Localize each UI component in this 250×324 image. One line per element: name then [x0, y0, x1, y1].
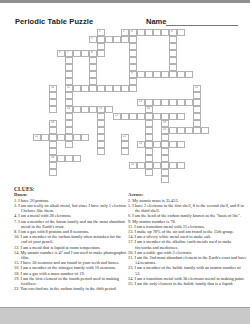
cell-number: 10: [51, 86, 54, 89]
grid-cell[interactable]: [169, 127, 177, 134]
grid-cell[interactable]: [89, 106, 97, 113]
grid-cell[interactable]: [193, 99, 201, 106]
cell-number: 7: [67, 51, 69, 54]
grid-cell[interactable]: [161, 148, 169, 155]
grid-cell[interactable]: [97, 148, 105, 155]
grid-cell[interactable]: [137, 71, 145, 78]
scan-bottom-band: [0, 307, 250, 324]
grid-cell[interactable]: [177, 113, 185, 120]
across-clues-list: 2. My atomic mass is 35.453.5. I have 2 …: [128, 198, 247, 286]
grid-cell[interactable]: [129, 64, 137, 71]
grid-cell[interactable]: [89, 57, 97, 64]
grid-cell[interactable]: 12: [193, 85, 201, 92]
grid-cell[interactable]: [65, 120, 73, 127]
grid-cell[interactable]: 1: [97, 29, 105, 36]
grid-cell[interactable]: 24: [49, 155, 57, 162]
grid-cell[interactable]: [153, 162, 161, 169]
grid-cell[interactable]: 23: [137, 141, 145, 148]
grid-cell[interactable]: [129, 43, 137, 50]
cell-number: 1: [99, 30, 101, 33]
grid-cell[interactable]: [193, 106, 201, 113]
grid-cell[interactable]: [81, 134, 89, 141]
grid-cell[interactable]: [49, 162, 57, 169]
grid-cell[interactable]: [145, 169, 153, 176]
grid-cell[interactable]: [145, 141, 153, 148]
grid-cell[interactable]: [73, 85, 81, 92]
grid-cell[interactable]: [193, 113, 201, 120]
grid-cell[interactable]: [65, 134, 73, 141]
page-title: Periodic Table Puzzle: [15, 17, 93, 26]
grid-cell[interactable]: [97, 36, 105, 43]
grid-cell[interactable]: [89, 64, 97, 71]
grid-cell[interactable]: [145, 127, 153, 134]
cell-number: 25: [131, 163, 134, 166]
grid-cell[interactable]: [65, 113, 73, 120]
grid-cell[interactable]: [113, 85, 121, 92]
grid-cell[interactable]: [145, 148, 153, 155]
grid-cell[interactable]: [185, 127, 193, 134]
grid-cell[interactable]: [49, 141, 57, 148]
grid-cell[interactable]: [65, 64, 73, 71]
grid-cell[interactable]: [153, 71, 161, 78]
grid-cell[interactable]: [177, 71, 185, 78]
grid-cell[interactable]: [81, 85, 89, 92]
grid-cell[interactable]: [137, 29, 145, 36]
grid-cell[interactable]: [97, 113, 105, 120]
grid-cell[interactable]: [161, 71, 169, 78]
grid-cell[interactable]: [41, 134, 49, 141]
down-clues-list: 1. I have 26 protons.3. I am not really …: [14, 198, 127, 292]
worksheet-page: Periodic Table Puzzle Name 1234567891011…: [0, 0, 250, 324]
grid-cell[interactable]: [201, 127, 209, 134]
grid-cell[interactable]: [49, 148, 57, 155]
grid-cell[interactable]: 14: [65, 106, 73, 113]
clue-item: 5. I have 2 electrons in the first shell…: [128, 203, 247, 213]
grid-cell[interactable]: 3: [129, 29, 137, 36]
grid-cell[interactable]: [65, 57, 73, 64]
clue-item: 24. I am a transition metal with 30 elec…: [128, 276, 247, 281]
cell-number: 8: [91, 51, 93, 54]
cell-number: 22: [123, 135, 126, 138]
cell-number: 18: [51, 121, 54, 124]
grid-cell[interactable]: 10: [49, 85, 57, 92]
grid-cell[interactable]: [121, 141, 129, 148]
grid-cell[interactable]: [161, 141, 169, 148]
clue-item: 22. You can find me in the carbon family…: [14, 286, 127, 291]
grid-cell[interactable]: [177, 162, 185, 169]
grid-cell[interactable]: [161, 134, 169, 141]
grid-cell[interactable]: [49, 106, 57, 113]
grid-cell[interactable]: [137, 113, 145, 120]
grid-cell[interactable]: [49, 134, 57, 141]
grid-cell[interactable]: 9: [129, 71, 137, 78]
name-input-line[interactable]: [166, 18, 238, 26]
grid-cell[interactable]: [145, 99, 153, 106]
cell-number: 2: [123, 30, 125, 33]
grid-cell[interactable]: [65, 141, 73, 148]
grid-cell[interactable]: [105, 85, 113, 92]
grid-cell[interactable]: [153, 29, 161, 36]
grid-cell[interactable]: [169, 71, 177, 78]
cell-number: 23: [139, 142, 142, 145]
grid-cell[interactable]: [169, 36, 177, 43]
cell-number: 16: [147, 107, 150, 110]
grid-cell[interactable]: 19: [161, 120, 169, 127]
down-clues-column: CLUES: Down: 1. I have 26 protons.3. I a…: [14, 186, 127, 291]
grid-cell[interactable]: [161, 169, 169, 176]
grid-cell[interactable]: 7: [65, 50, 73, 57]
grid-cell[interactable]: [145, 162, 153, 169]
clue-item: 25. I am the only element in the halide …: [128, 281, 247, 286]
grid-cell[interactable]: [129, 85, 137, 92]
grid-cell[interactable]: [161, 176, 169, 183]
grid-cell[interactable]: [129, 113, 137, 120]
grid-cell[interactable]: [97, 127, 105, 134]
cell-number: 20: [163, 128, 166, 131]
clue-item: 14. My atomic number is 47 and I am used…: [14, 250, 127, 260]
cell-number: 5: [91, 37, 93, 40]
grid-cell[interactable]: [169, 113, 177, 120]
grid-cell[interactable]: 25: [129, 162, 137, 169]
clue-item: 23. I am a member of the halide family w…: [128, 265, 247, 275]
grid-cell[interactable]: [89, 78, 97, 85]
grid-cell[interactable]: [169, 50, 177, 57]
grid-cell[interactable]: [65, 127, 73, 134]
grid-cell[interactable]: [169, 162, 177, 169]
grid-cell[interactable]: [73, 106, 81, 113]
grid-cell[interactable]: 17: [113, 113, 121, 120]
grid-cell[interactable]: 2: [121, 29, 129, 36]
cell-number: 3: [131, 30, 133, 33]
grid-cell[interactable]: [49, 169, 57, 176]
grid-cell[interactable]: [193, 92, 201, 99]
grid-cell[interactable]: [169, 99, 177, 106]
cell-number: 12: [195, 86, 198, 89]
grid-cell[interactable]: [177, 29, 185, 36]
grid-cell[interactable]: [161, 162, 169, 169]
cell-number: 13: [139, 100, 142, 103]
grid-cell[interactable]: [193, 120, 201, 127]
grid-cell[interactable]: [177, 99, 185, 106]
grid-cell[interactable]: [153, 113, 161, 120]
clue-item: 21. I am the 2nd most abundant element i…: [128, 255, 247, 265]
grid-cell[interactable]: [97, 141, 105, 148]
grid-cell[interactable]: [129, 36, 137, 43]
cell-number: 24: [51, 156, 54, 159]
grid-cell[interactable]: [65, 155, 73, 162]
grid-cell[interactable]: [145, 29, 153, 36]
scan-top-band: [0, 0, 250, 3]
grid-cell[interactable]: [145, 71, 153, 78]
grid-cell[interactable]: [121, 148, 129, 155]
grid-cell[interactable]: 22: [121, 134, 129, 141]
grid-cell[interactable]: [145, 113, 153, 120]
grid-cell[interactable]: [65, 71, 73, 78]
grid-cell[interactable]: [145, 155, 153, 162]
clue-item: 3. I am not really an alkali metal, but …: [14, 203, 127, 213]
cell-number: 9: [131, 72, 133, 75]
grid-cell[interactable]: 21: [33, 134, 41, 141]
grid-cell[interactable]: 18: [49, 120, 57, 127]
cell-number: 6: [59, 51, 61, 54]
grid-cell[interactable]: 6: [57, 50, 65, 57]
grid-cell[interactable]: [153, 99, 161, 106]
cell-number: 11: [67, 86, 70, 89]
grid-cell[interactable]: [129, 57, 137, 64]
grid-cell[interactable]: 16: [145, 106, 153, 113]
grid-cell[interactable]: [49, 92, 57, 99]
grid-cell[interactable]: 15: [97, 106, 105, 113]
grid-cell[interactable]: [153, 141, 161, 148]
name-label: Name: [146, 17, 166, 26]
grid-cell[interactable]: [73, 134, 81, 141]
grid-cell[interactable]: [137, 162, 145, 169]
grid-cell[interactable]: [73, 50, 81, 57]
grid-cell[interactable]: [145, 134, 153, 141]
cell-number: 17: [115, 114, 118, 117]
grid-cell[interactable]: [89, 85, 97, 92]
clue-item: 19. I am the first element in the fourth…: [14, 276, 127, 286]
grid-cell[interactable]: [185, 99, 193, 106]
grid-cell[interactable]: [81, 106, 89, 113]
grid-cell[interactable]: [161, 113, 169, 120]
grid-cell[interactable]: 8: [89, 50, 97, 57]
grid-cell[interactable]: [97, 134, 105, 141]
grid-cell[interactable]: [97, 50, 105, 57]
grid-cell[interactable]: [105, 36, 113, 43]
grid-cell[interactable]: [105, 106, 113, 113]
grid-cell[interactable]: [121, 113, 129, 120]
cell-number: 4: [171, 30, 173, 33]
grid-cell[interactable]: 11: [65, 85, 73, 92]
grid-cell[interactable]: [177, 127, 185, 134]
grid-cell[interactable]: [121, 36, 129, 43]
grid-cell[interactable]: [97, 85, 105, 92]
grid-cell[interactable]: [57, 155, 65, 162]
grid-cell[interactable]: [65, 92, 73, 99]
grid-cell[interactable]: [169, 57, 177, 64]
grid-cell[interactable]: [169, 141, 177, 148]
grid-cell[interactable]: [145, 120, 153, 127]
grid-cell[interactable]: [129, 50, 137, 57]
grid-cell[interactable]: [89, 71, 97, 78]
grid-cell[interactable]: [121, 85, 129, 92]
grid-cell[interactable]: [73, 155, 81, 162]
grid-cell[interactable]: [177, 141, 185, 148]
across-clues-column: Across: 2. My atomic mass is 35.453.5. I…: [128, 192, 247, 286]
grid-cell[interactable]: [129, 78, 137, 85]
cell-number: 21: [35, 135, 38, 138]
clue-item: 7. I am a member of the boron family and…: [14, 218, 127, 228]
cell-number: 15: [99, 107, 102, 110]
grid-cell[interactable]: [113, 36, 121, 43]
grid-cell[interactable]: [49, 99, 57, 106]
grid-cell[interactable]: [161, 99, 169, 106]
grid-cell[interactable]: [169, 64, 177, 71]
clue-item: 17. I am a member of the alkaline earth …: [128, 239, 247, 249]
grid-cell[interactable]: [81, 50, 89, 57]
grid-cell[interactable]: [97, 43, 105, 50]
grid-cell[interactable]: [161, 155, 169, 162]
cell-number: 19: [163, 121, 166, 124]
grid-cell[interactable]: 13: [137, 99, 145, 106]
grid-cell[interactable]: 4: [169, 29, 177, 36]
grid-cell[interactable]: [161, 29, 169, 36]
cell-number: 14: [67, 107, 70, 110]
grid-cell[interactable]: [97, 120, 105, 127]
grid-cell[interactable]: [65, 78, 73, 85]
grid-cell[interactable]: [65, 99, 73, 106]
grid-cell[interactable]: 5: [89, 36, 97, 43]
grid-cell[interactable]: [169, 43, 177, 50]
grid-cell[interactable]: [57, 134, 65, 141]
grid-cell[interactable]: [49, 127, 57, 134]
grid-cell[interactable]: [193, 127, 201, 134]
clue-item: 10. I am a member of the carbon family o…: [14, 234, 127, 244]
grid-cell[interactable]: [185, 71, 193, 78]
grid-cell[interactable]: 20: [161, 127, 169, 134]
crossword-grid: 1234567891011121314151617181920212223242…: [33, 29, 233, 183]
